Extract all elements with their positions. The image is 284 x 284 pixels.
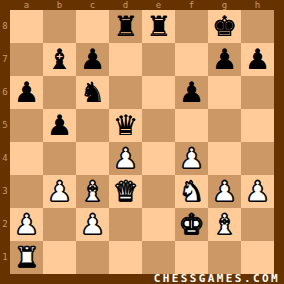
square-b1[interactable] <box>43 241 76 274</box>
white-bishop-piece: ♝ <box>80 175 105 208</box>
square-f5[interactable] <box>175 109 208 142</box>
square-b5[interactable]: ♟ <box>43 109 76 142</box>
file-label-c: c <box>76 0 109 10</box>
square-a6[interactable]: ♟ <box>10 76 43 109</box>
black-pawn-piece: ♟ <box>80 43 105 76</box>
square-d4[interactable]: ♟ <box>109 142 142 175</box>
black-queen-piece: ♛ <box>113 109 138 142</box>
square-h2[interactable] <box>241 208 274 241</box>
black-king-piece: ♚ <box>212 10 237 43</box>
square-b3[interactable]: ♟ <box>43 175 76 208</box>
rank-label-1: 1 <box>0 241 10 274</box>
square-h3[interactable]: ♟ <box>241 175 274 208</box>
square-g4[interactable] <box>208 142 241 175</box>
white-rook-piece: ♜ <box>14 241 39 274</box>
square-a5[interactable] <box>10 109 43 142</box>
square-g8[interactable]: ♚ <box>208 10 241 43</box>
square-e3[interactable] <box>142 175 175 208</box>
file-label-h: h <box>241 0 274 10</box>
square-c6[interactable]: ♞ <box>76 76 109 109</box>
square-a7[interactable] <box>10 43 43 76</box>
rank-label-6: 6 <box>0 76 10 109</box>
file-label-a: a <box>10 0 43 10</box>
square-c4[interactable] <box>76 142 109 175</box>
square-d8[interactable]: ♜ <box>109 10 142 43</box>
square-a2[interactable]: ♟ <box>10 208 43 241</box>
white-pawn-piece: ♟ <box>113 142 138 175</box>
square-f4[interactable]: ♟ <box>175 142 208 175</box>
black-pawn-piece: ♟ <box>245 43 270 76</box>
square-f2[interactable]: ♚ <box>175 208 208 241</box>
chess-board: ♜♜♚♝♟♟♟♟♞♟♟♛♟♟♟♝♛♞♟♟♟♟♚♝♜ <box>10 10 274 274</box>
square-f6[interactable]: ♟ <box>175 76 208 109</box>
square-a4[interactable] <box>10 142 43 175</box>
square-e1[interactable] <box>142 241 175 274</box>
black-bishop-piece: ♝ <box>47 43 72 76</box>
file-labels: abcdefgh <box>10 0 274 10</box>
square-d6[interactable] <box>109 76 142 109</box>
square-g3[interactable]: ♟ <box>208 175 241 208</box>
white-king-piece: ♚ <box>179 208 204 241</box>
square-d5[interactable]: ♛ <box>109 109 142 142</box>
black-pawn-piece: ♟ <box>14 76 39 109</box>
square-f3[interactable]: ♞ <box>175 175 208 208</box>
square-b2[interactable] <box>43 208 76 241</box>
white-pawn-piece: ♟ <box>179 142 204 175</box>
white-pawn-piece: ♟ <box>14 208 39 241</box>
square-g1[interactable] <box>208 241 241 274</box>
square-a8[interactable] <box>10 10 43 43</box>
square-b7[interactable]: ♝ <box>43 43 76 76</box>
square-c3[interactable]: ♝ <box>76 175 109 208</box>
square-c1[interactable] <box>76 241 109 274</box>
rank-label-3: 3 <box>0 175 10 208</box>
square-f8[interactable] <box>175 10 208 43</box>
square-e4[interactable] <box>142 142 175 175</box>
square-e2[interactable] <box>142 208 175 241</box>
black-pawn-piece: ♟ <box>179 76 204 109</box>
square-d3[interactable]: ♛ <box>109 175 142 208</box>
rank-label-8: 8 <box>0 10 10 43</box>
square-h8[interactable] <box>241 10 274 43</box>
black-pawn-piece: ♟ <box>47 109 72 142</box>
square-c5[interactable] <box>76 109 109 142</box>
square-b8[interactable] <box>43 10 76 43</box>
white-queen-piece: ♛ <box>113 175 138 208</box>
square-e5[interactable] <box>142 109 175 142</box>
square-d2[interactable] <box>109 208 142 241</box>
square-g2[interactable]: ♝ <box>208 208 241 241</box>
black-pawn-piece: ♟ <box>212 43 237 76</box>
square-b6[interactable] <box>43 76 76 109</box>
white-pawn-piece: ♟ <box>245 175 270 208</box>
rank-label-7: 7 <box>0 43 10 76</box>
white-bishop-piece: ♝ <box>212 208 237 241</box>
square-f1[interactable] <box>175 241 208 274</box>
brand-watermark: CHESSGAMES.COM <box>154 273 280 284</box>
square-b4[interactable] <box>43 142 76 175</box>
square-c7[interactable]: ♟ <box>76 43 109 76</box>
white-knight-piece: ♞ <box>179 175 204 208</box>
square-g6[interactable] <box>208 76 241 109</box>
white-pawn-piece: ♟ <box>80 208 105 241</box>
square-g7[interactable]: ♟ <box>208 43 241 76</box>
rank-labels: 87654321 <box>0 10 10 274</box>
square-a1[interactable]: ♜ <box>10 241 43 274</box>
square-e6[interactable] <box>142 76 175 109</box>
square-g5[interactable] <box>208 109 241 142</box>
file-label-f: f <box>175 0 208 10</box>
square-e8[interactable]: ♜ <box>142 10 175 43</box>
square-d1[interactable] <box>109 241 142 274</box>
square-h4[interactable] <box>241 142 274 175</box>
square-h1[interactable] <box>241 241 274 274</box>
square-h6[interactable] <box>241 76 274 109</box>
file-label-g: g <box>208 0 241 10</box>
black-rook-piece: ♜ <box>113 10 138 43</box>
rank-label-5: 5 <box>0 109 10 142</box>
rank-label-2: 2 <box>0 208 10 241</box>
black-knight-piece: ♞ <box>80 76 105 109</box>
square-d7[interactable] <box>109 43 142 76</box>
square-f7[interactable] <box>175 43 208 76</box>
square-h5[interactable] <box>241 109 274 142</box>
file-label-e: e <box>142 0 175 10</box>
file-label-d: d <box>109 0 142 10</box>
white-pawn-piece: ♟ <box>212 175 237 208</box>
chess-diagram: abcdefgh 87654321 ♜♜♚♝♟♟♟♟♞♟♟♛♟♟♟♝♛♞♟♟♟♟… <box>0 0 284 284</box>
white-pawn-piece: ♟ <box>47 175 72 208</box>
rank-label-4: 4 <box>0 142 10 175</box>
square-c2[interactable]: ♟ <box>76 208 109 241</box>
square-e7[interactable] <box>142 43 175 76</box>
square-a3[interactable] <box>10 175 43 208</box>
square-h7[interactable]: ♟ <box>241 43 274 76</box>
file-label-b: b <box>43 0 76 10</box>
black-rook-piece: ♜ <box>146 10 171 43</box>
square-c8[interactable] <box>76 10 109 43</box>
